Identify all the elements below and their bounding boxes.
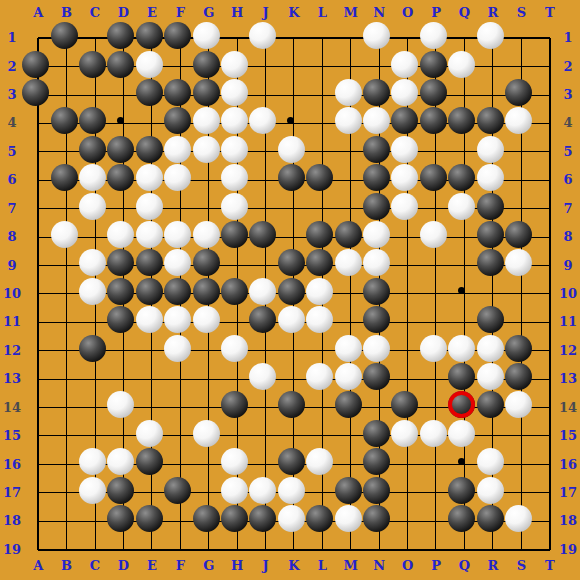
- intersection-P7[interactable]: [422, 194, 450, 222]
- intersection-D8[interactable]: [109, 223, 137, 251]
- intersection-P17[interactable]: [422, 479, 450, 507]
- intersection-C16[interactable]: [81, 450, 109, 478]
- intersection-B4[interactable]: [52, 109, 80, 137]
- intersection-K10[interactable]: [280, 280, 308, 308]
- intersection-K1[interactable]: [280, 24, 308, 52]
- intersection-G9[interactable]: [194, 251, 222, 279]
- intersection-F18[interactable]: [166, 507, 194, 535]
- intersection-K8[interactable]: [280, 223, 308, 251]
- intersection-N6[interactable]: [365, 166, 393, 194]
- intersection-B7[interactable]: [52, 194, 80, 222]
- intersection-Q9[interactable]: [450, 251, 478, 279]
- intersection-C12[interactable]: [81, 336, 109, 364]
- intersection-M5[interactable]: [336, 138, 364, 166]
- intersection-B13[interactable]: [52, 365, 80, 393]
- intersection-H12[interactable]: [223, 336, 251, 364]
- intersection-N11[interactable]: [365, 308, 393, 336]
- intersection-S17[interactable]: [507, 479, 535, 507]
- intersection-H5[interactable]: [223, 138, 251, 166]
- intersection-K6[interactable]: [280, 166, 308, 194]
- intersection-M14[interactable]: [336, 393, 364, 421]
- intersection-R6[interactable]: [479, 166, 507, 194]
- intersection-O4[interactable]: [393, 109, 421, 137]
- intersection-K12[interactable]: [280, 336, 308, 364]
- intersection-D11[interactable]: [109, 308, 137, 336]
- intersection-O11[interactable]: [393, 308, 421, 336]
- intersection-P13[interactable]: [422, 365, 450, 393]
- intersection-P8[interactable]: [422, 223, 450, 251]
- intersection-Q11[interactable]: [450, 308, 478, 336]
- intersection-G18[interactable]: [194, 507, 222, 535]
- intersection-D4[interactable]: [109, 109, 137, 137]
- intersection-J10[interactable]: [251, 280, 279, 308]
- intersection-N17[interactable]: [365, 479, 393, 507]
- intersection-B8[interactable]: [52, 223, 80, 251]
- intersection-H15[interactable]: [223, 422, 251, 450]
- intersection-J1[interactable]: [251, 24, 279, 52]
- intersection-P9[interactable]: [422, 251, 450, 279]
- intersection-F11[interactable]: [166, 308, 194, 336]
- intersection-L2[interactable]: [308, 52, 336, 80]
- intersection-S14[interactable]: [507, 393, 535, 421]
- intersection-H16[interactable]: [223, 450, 251, 478]
- intersection-L10[interactable]: [308, 280, 336, 308]
- intersection-K16[interactable]: [280, 450, 308, 478]
- intersection-F15[interactable]: [166, 422, 194, 450]
- intersection-G5[interactable]: [194, 138, 222, 166]
- intersection-L12[interactable]: [308, 336, 336, 364]
- intersection-O1[interactable]: [393, 24, 421, 52]
- intersection-D2[interactable]: [109, 52, 137, 80]
- intersection-A16[interactable]: [24, 450, 52, 478]
- intersection-C14[interactable]: [81, 393, 109, 421]
- intersection-F14[interactable]: [166, 393, 194, 421]
- intersection-C5[interactable]: [81, 138, 109, 166]
- intersection-M7[interactable]: [336, 194, 364, 222]
- intersection-A15[interactable]: [24, 422, 52, 450]
- intersection-G16[interactable]: [194, 450, 222, 478]
- intersection-L7[interactable]: [308, 194, 336, 222]
- intersection-P11[interactable]: [422, 308, 450, 336]
- intersection-J13[interactable]: [251, 365, 279, 393]
- intersection-E2[interactable]: [138, 52, 166, 80]
- intersection-F3[interactable]: [166, 81, 194, 109]
- intersection-J5[interactable]: [251, 138, 279, 166]
- intersection-C17[interactable]: [81, 479, 109, 507]
- intersection-A4[interactable]: [24, 109, 52, 137]
- intersection-E15[interactable]: [138, 422, 166, 450]
- intersection-R10[interactable]: [479, 280, 507, 308]
- intersection-Q13[interactable]: [450, 365, 478, 393]
- intersection-F5[interactable]: [166, 138, 194, 166]
- intersection-Q7[interactable]: [450, 194, 478, 222]
- intersection-C6[interactable]: [81, 166, 109, 194]
- intersection-D16[interactable]: [109, 450, 137, 478]
- intersection-F7[interactable]: [166, 194, 194, 222]
- intersection-K15[interactable]: [280, 422, 308, 450]
- intersection-C18[interactable]: [81, 507, 109, 535]
- intersection-O17[interactable]: [393, 479, 421, 507]
- intersection-H18[interactable]: [223, 507, 251, 535]
- intersection-K18[interactable]: [280, 507, 308, 535]
- intersection-K17[interactable]: [280, 479, 308, 507]
- intersection-L15[interactable]: [308, 422, 336, 450]
- intersection-E16[interactable]: [138, 450, 166, 478]
- intersection-H7[interactable]: [223, 194, 251, 222]
- intersection-K7[interactable]: [280, 194, 308, 222]
- intersection-E11[interactable]: [138, 308, 166, 336]
- intersection-G10[interactable]: [194, 280, 222, 308]
- intersection-N7[interactable]: [365, 194, 393, 222]
- intersection-Q3[interactable]: [450, 81, 478, 109]
- intersection-D17[interactable]: [109, 479, 137, 507]
- intersection-J2[interactable]: [251, 52, 279, 80]
- intersection-Q17[interactable]: [450, 479, 478, 507]
- intersection-R11[interactable]: [479, 308, 507, 336]
- intersection-E6[interactable]: [138, 166, 166, 194]
- intersection-R9[interactable]: [479, 251, 507, 279]
- intersection-A5[interactable]: [24, 138, 52, 166]
- intersection-G17[interactable]: [194, 479, 222, 507]
- intersection-Q16[interactable]: [450, 450, 478, 478]
- intersection-A9[interactable]: [24, 251, 52, 279]
- intersection-S2[interactable]: [507, 52, 535, 80]
- intersection-O18[interactable]: [393, 507, 421, 535]
- intersection-G12[interactable]: [194, 336, 222, 364]
- intersection-S13[interactable]: [507, 365, 535, 393]
- intersection-J3[interactable]: [251, 81, 279, 109]
- intersection-D12[interactable]: [109, 336, 137, 364]
- intersection-E12[interactable]: [138, 336, 166, 364]
- intersection-B5[interactable]: [52, 138, 80, 166]
- intersection-R17[interactable]: [479, 479, 507, 507]
- intersection-R13[interactable]: [479, 365, 507, 393]
- intersection-A1[interactable]: [24, 24, 52, 52]
- intersection-E18[interactable]: [138, 507, 166, 535]
- intersection-A13[interactable]: [24, 365, 52, 393]
- intersection-H9[interactable]: [223, 251, 251, 279]
- intersection-A14[interactable]: [24, 393, 52, 421]
- intersection-E4[interactable]: [138, 109, 166, 137]
- intersection-K9[interactable]: [280, 251, 308, 279]
- intersection-F2[interactable]: [166, 52, 194, 80]
- intersection-Q2[interactable]: [450, 52, 478, 80]
- intersection-K11[interactable]: [280, 308, 308, 336]
- intersection-B10[interactable]: [52, 280, 80, 308]
- intersection-M11[interactable]: [336, 308, 364, 336]
- intersection-Q5[interactable]: [450, 138, 478, 166]
- intersection-C7[interactable]: [81, 194, 109, 222]
- intersection-N13[interactable]: [365, 365, 393, 393]
- intersection-A12[interactable]: [24, 336, 52, 364]
- intersection-L13[interactable]: [308, 365, 336, 393]
- intersection-L6[interactable]: [308, 166, 336, 194]
- intersection-O9[interactable]: [393, 251, 421, 279]
- intersection-R15[interactable]: [479, 422, 507, 450]
- intersection-S9[interactable]: [507, 251, 535, 279]
- intersection-R2[interactable]: [479, 52, 507, 80]
- intersection-F12[interactable]: [166, 336, 194, 364]
- intersection-M15[interactable]: [336, 422, 364, 450]
- intersection-R14[interactable]: [479, 393, 507, 421]
- intersection-R8[interactable]: [479, 223, 507, 251]
- intersection-A6[interactable]: [24, 166, 52, 194]
- intersection-L17[interactable]: [308, 479, 336, 507]
- intersection-H11[interactable]: [223, 308, 251, 336]
- intersection-N4[interactable]: [365, 109, 393, 137]
- intersection-A8[interactable]: [24, 223, 52, 251]
- intersection-O7[interactable]: [393, 194, 421, 222]
- intersection-M17[interactable]: [336, 479, 364, 507]
- intersection-B17[interactable]: [52, 479, 80, 507]
- intersection-M8[interactable]: [336, 223, 364, 251]
- intersection-O8[interactable]: [393, 223, 421, 251]
- intersection-P3[interactable]: [422, 81, 450, 109]
- intersection-J17[interactable]: [251, 479, 279, 507]
- intersection-F10[interactable]: [166, 280, 194, 308]
- intersection-F8[interactable]: [166, 223, 194, 251]
- intersection-M16[interactable]: [336, 450, 364, 478]
- intersection-C8[interactable]: [81, 223, 109, 251]
- intersection-F1[interactable]: [166, 24, 194, 52]
- intersection-B15[interactable]: [52, 422, 80, 450]
- intersection-R1[interactable]: [479, 24, 507, 52]
- intersection-J18[interactable]: [251, 507, 279, 535]
- intersection-C1[interactable]: [81, 24, 109, 52]
- intersection-N2[interactable]: [365, 52, 393, 80]
- intersection-B1[interactable]: [52, 24, 80, 52]
- intersection-K4[interactable]: [280, 109, 308, 137]
- intersection-H8[interactable]: [223, 223, 251, 251]
- intersection-G4[interactable]: [194, 109, 222, 137]
- intersection-A10[interactable]: [24, 280, 52, 308]
- intersection-S5[interactable]: [507, 138, 535, 166]
- intersection-M12[interactable]: [336, 336, 364, 364]
- intersection-E5[interactable]: [138, 138, 166, 166]
- intersection-M4[interactable]: [336, 109, 364, 137]
- intersection-D14[interactable]: [109, 393, 137, 421]
- intersection-K13[interactable]: [280, 365, 308, 393]
- intersection-L9[interactable]: [308, 251, 336, 279]
- intersection-D3[interactable]: [109, 81, 137, 109]
- intersection-H14[interactable]: [223, 393, 251, 421]
- intersection-C10[interactable]: [81, 280, 109, 308]
- intersection-M6[interactable]: [336, 166, 364, 194]
- intersection-R18[interactable]: [479, 507, 507, 535]
- intersection-Q14[interactable]: [450, 393, 478, 421]
- intersection-E14[interactable]: [138, 393, 166, 421]
- intersection-K3[interactable]: [280, 81, 308, 109]
- intersection-B18[interactable]: [52, 507, 80, 535]
- intersection-S12[interactable]: [507, 336, 535, 364]
- intersection-N12[interactable]: [365, 336, 393, 364]
- intersection-L11[interactable]: [308, 308, 336, 336]
- intersection-M18[interactable]: [336, 507, 364, 535]
- intersection-G8[interactable]: [194, 223, 222, 251]
- intersection-E1[interactable]: [138, 24, 166, 52]
- intersection-F6[interactable]: [166, 166, 194, 194]
- intersection-L1[interactable]: [308, 24, 336, 52]
- intersection-E13[interactable]: [138, 365, 166, 393]
- intersection-Q15[interactable]: [450, 422, 478, 450]
- intersection-J15[interactable]: [251, 422, 279, 450]
- intersection-A3[interactable]: [24, 81, 52, 109]
- intersection-N3[interactable]: [365, 81, 393, 109]
- intersection-C15[interactable]: [81, 422, 109, 450]
- intersection-S4[interactable]: [507, 109, 535, 137]
- intersection-F4[interactable]: [166, 109, 194, 137]
- intersection-P18[interactable]: [422, 507, 450, 535]
- intersection-C2[interactable]: [81, 52, 109, 80]
- intersection-D9[interactable]: [109, 251, 137, 279]
- intersection-G13[interactable]: [194, 365, 222, 393]
- intersection-G2[interactable]: [194, 52, 222, 80]
- intersection-Q6[interactable]: [450, 166, 478, 194]
- intersection-E10[interactable]: [138, 280, 166, 308]
- intersection-M13[interactable]: [336, 365, 364, 393]
- intersection-M2[interactable]: [336, 52, 364, 80]
- intersection-D15[interactable]: [109, 422, 137, 450]
- intersection-J16[interactable]: [251, 450, 279, 478]
- intersection-S1[interactable]: [507, 24, 535, 52]
- intersection-L3[interactable]: [308, 81, 336, 109]
- intersection-D10[interactable]: [109, 280, 137, 308]
- intersection-G1[interactable]: [194, 24, 222, 52]
- intersection-L14[interactable]: [308, 393, 336, 421]
- intersection-N5[interactable]: [365, 138, 393, 166]
- intersection-M1[interactable]: [336, 24, 364, 52]
- intersection-B2[interactable]: [52, 52, 80, 80]
- intersection-P6[interactable]: [422, 166, 450, 194]
- intersection-B16[interactable]: [52, 450, 80, 478]
- intersection-K5[interactable]: [280, 138, 308, 166]
- intersection-S6[interactable]: [507, 166, 535, 194]
- intersection-N8[interactable]: [365, 223, 393, 251]
- intersection-O3[interactable]: [393, 81, 421, 109]
- intersection-O14[interactable]: [393, 393, 421, 421]
- intersection-J8[interactable]: [251, 223, 279, 251]
- intersection-C11[interactable]: [81, 308, 109, 336]
- intersection-C13[interactable]: [81, 365, 109, 393]
- intersection-G3[interactable]: [194, 81, 222, 109]
- intersection-J14[interactable]: [251, 393, 279, 421]
- intersection-F13[interactable]: [166, 365, 194, 393]
- intersection-P15[interactable]: [422, 422, 450, 450]
- intersection-L5[interactable]: [308, 138, 336, 166]
- intersection-N9[interactable]: [365, 251, 393, 279]
- intersection-M10[interactable]: [336, 280, 364, 308]
- intersection-P14[interactable]: [422, 393, 450, 421]
- intersection-P10[interactable]: [422, 280, 450, 308]
- intersection-E3[interactable]: [138, 81, 166, 109]
- intersection-Q1[interactable]: [450, 24, 478, 52]
- intersection-N15[interactable]: [365, 422, 393, 450]
- intersection-D13[interactable]: [109, 365, 137, 393]
- intersection-R16[interactable]: [479, 450, 507, 478]
- intersection-F9[interactable]: [166, 251, 194, 279]
- intersection-B11[interactable]: [52, 308, 80, 336]
- intersection-H4[interactable]: [223, 109, 251, 137]
- intersection-G6[interactable]: [194, 166, 222, 194]
- intersection-B9[interactable]: [52, 251, 80, 279]
- intersection-Q8[interactable]: [450, 223, 478, 251]
- intersection-O6[interactable]: [393, 166, 421, 194]
- intersection-J6[interactable]: [251, 166, 279, 194]
- intersection-L18[interactable]: [308, 507, 336, 535]
- intersection-H6[interactable]: [223, 166, 251, 194]
- intersection-J4[interactable]: [251, 109, 279, 137]
- intersection-J9[interactable]: [251, 251, 279, 279]
- intersection-P2[interactable]: [422, 52, 450, 80]
- intersection-A2[interactable]: [24, 52, 52, 80]
- intersection-L4[interactable]: [308, 109, 336, 137]
- intersection-K14[interactable]: [280, 393, 308, 421]
- intersection-K2[interactable]: [280, 52, 308, 80]
- intersection-J12[interactable]: [251, 336, 279, 364]
- intersection-E7[interactable]: [138, 194, 166, 222]
- intersection-N18[interactable]: [365, 507, 393, 535]
- intersection-F17[interactable]: [166, 479, 194, 507]
- intersection-R3[interactable]: [479, 81, 507, 109]
- intersection-S7[interactable]: [507, 194, 535, 222]
- intersection-G14[interactable]: [194, 393, 222, 421]
- intersection-R5[interactable]: [479, 138, 507, 166]
- intersection-S8[interactable]: [507, 223, 535, 251]
- intersection-J11[interactable]: [251, 308, 279, 336]
- intersection-P5[interactable]: [422, 138, 450, 166]
- intersection-Q12[interactable]: [450, 336, 478, 364]
- intersection-B3[interactable]: [52, 81, 80, 109]
- intersection-G15[interactable]: [194, 422, 222, 450]
- intersection-L8[interactable]: [308, 223, 336, 251]
- intersection-E17[interactable]: [138, 479, 166, 507]
- intersection-D18[interactable]: [109, 507, 137, 535]
- intersection-E8[interactable]: [138, 223, 166, 251]
- intersection-P4[interactable]: [422, 109, 450, 137]
- intersection-O15[interactable]: [393, 422, 421, 450]
- intersection-S18[interactable]: [507, 507, 535, 535]
- intersection-B12[interactable]: [52, 336, 80, 364]
- intersection-B14[interactable]: [52, 393, 80, 421]
- intersection-D5[interactable]: [109, 138, 137, 166]
- intersection-S3[interactable]: [507, 81, 535, 109]
- intersection-D7[interactable]: [109, 194, 137, 222]
- intersection-H1[interactable]: [223, 24, 251, 52]
- intersection-Q4[interactable]: [450, 109, 478, 137]
- intersection-J7[interactable]: [251, 194, 279, 222]
- intersection-M3[interactable]: [336, 81, 364, 109]
- intersection-G7[interactable]: [194, 194, 222, 222]
- intersection-R4[interactable]: [479, 109, 507, 137]
- intersection-E9[interactable]: [138, 251, 166, 279]
- intersection-C9[interactable]: [81, 251, 109, 279]
- intersection-H17[interactable]: [223, 479, 251, 507]
- intersection-P16[interactable]: [422, 450, 450, 478]
- intersection-Q18[interactable]: [450, 507, 478, 535]
- intersection-N16[interactable]: [365, 450, 393, 478]
- intersection-S10[interactable]: [507, 280, 535, 308]
- intersection-Q10[interactable]: [450, 280, 478, 308]
- intersection-O13[interactable]: [393, 365, 421, 393]
- intersection-O12[interactable]: [393, 336, 421, 364]
- intersection-N1[interactable]: [365, 24, 393, 52]
- intersection-B6[interactable]: [52, 166, 80, 194]
- intersection-R7[interactable]: [479, 194, 507, 222]
- intersection-P12[interactable]: [422, 336, 450, 364]
- intersection-N10[interactable]: [365, 280, 393, 308]
- intersection-C3[interactable]: [81, 81, 109, 109]
- intersection-A18[interactable]: [24, 507, 52, 535]
